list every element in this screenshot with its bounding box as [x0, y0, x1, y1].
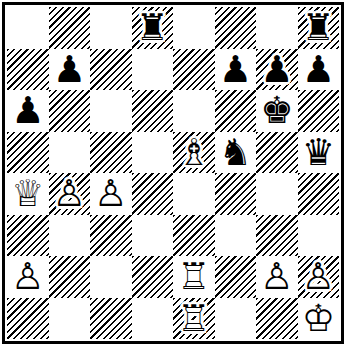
square-g5[interactable]: [256, 132, 298, 174]
square-b4[interactable]: ♙: [49, 173, 91, 215]
square-h4[interactable]: [298, 173, 340, 215]
square-e5[interactable]: ♗: [173, 132, 215, 174]
square-f1[interactable]: [215, 298, 257, 340]
chess-diagram-page: ♜♜♟♟♟♟♟♚♗♞♛♕♙♙♙♖♙♙♖♔: [0, 0, 350, 349]
piece-white-king: ♔: [302, 298, 335, 340]
piece-black-pawn: ♟: [260, 49, 293, 91]
board-frame: ♜♜♟♟♟♟♟♚♗♞♛♕♙♙♙♖♙♙♖♔: [2, 2, 344, 344]
square-d5[interactable]: [132, 132, 174, 174]
square-c6[interactable]: [90, 90, 132, 132]
piece-white-bishop: ♗: [177, 132, 210, 174]
square-f2[interactable]: [215, 256, 257, 298]
piece-white-pawn: ♙: [94, 173, 127, 215]
square-e8[interactable]: [173, 7, 215, 49]
piece-white-pawn: ♙: [11, 256, 44, 298]
piece-black-pawn: ♟: [219, 49, 252, 91]
square-h5[interactable]: ♛: [298, 132, 340, 174]
piece-white-pawn: ♙: [53, 173, 86, 215]
square-a5[interactable]: [7, 132, 49, 174]
square-c7[interactable]: [90, 49, 132, 91]
square-c1[interactable]: [90, 298, 132, 340]
square-d4[interactable]: [132, 173, 174, 215]
square-h2[interactable]: ♙: [298, 256, 340, 298]
piece-black-pawn: ♟: [53, 49, 86, 91]
piece-black-rook: ♜: [136, 7, 169, 49]
square-b3[interactable]: [49, 215, 91, 257]
square-a6[interactable]: ♟: [7, 90, 49, 132]
square-f6[interactable]: [215, 90, 257, 132]
piece-black-pawn: ♟: [11, 90, 44, 132]
chess-board: ♜♜♟♟♟♟♟♚♗♞♛♕♙♙♙♖♙♙♖♔: [7, 7, 339, 339]
square-e3[interactable]: [173, 215, 215, 257]
square-e1[interactable]: ♖: [173, 298, 215, 340]
square-b2[interactable]: [49, 256, 91, 298]
square-g6[interactable]: ♚: [256, 90, 298, 132]
square-c2[interactable]: [90, 256, 132, 298]
square-d3[interactable]: [132, 215, 174, 257]
square-a3[interactable]: [7, 215, 49, 257]
square-c4[interactable]: ♙: [90, 173, 132, 215]
square-g1[interactable]: [256, 298, 298, 340]
square-b5[interactable]: [49, 132, 91, 174]
square-h3[interactable]: [298, 215, 340, 257]
piece-white-pawn: ♙: [302, 256, 335, 298]
square-g2[interactable]: ♙: [256, 256, 298, 298]
square-h1[interactable]: ♔: [298, 298, 340, 340]
square-b8[interactable]: [49, 7, 91, 49]
piece-white-rook: ♖: [177, 298, 210, 340]
piece-white-pawn: ♙: [260, 256, 293, 298]
square-b1[interactable]: [49, 298, 91, 340]
square-f8[interactable]: [215, 7, 257, 49]
square-f5[interactable]: ♞: [215, 132, 257, 174]
piece-black-pawn: ♟: [302, 49, 335, 91]
square-g3[interactable]: [256, 215, 298, 257]
square-e4[interactable]: [173, 173, 215, 215]
square-h6[interactable]: [298, 90, 340, 132]
square-f3[interactable]: [215, 215, 257, 257]
piece-black-knight: ♞: [219, 132, 252, 174]
square-b7[interactable]: ♟: [49, 49, 91, 91]
square-c8[interactable]: [90, 7, 132, 49]
square-d7[interactable]: [132, 49, 174, 91]
piece-black-king: ♚: [260, 90, 293, 132]
square-g4[interactable]: [256, 173, 298, 215]
square-c3[interactable]: [90, 215, 132, 257]
piece-black-queen: ♛: [302, 132, 335, 174]
square-a4[interactable]: ♕: [7, 173, 49, 215]
piece-white-queen: ♕: [11, 173, 44, 215]
square-g8[interactable]: [256, 7, 298, 49]
square-d8[interactable]: ♜: [132, 7, 174, 49]
square-h8[interactable]: ♜: [298, 7, 340, 49]
square-g7[interactable]: ♟: [256, 49, 298, 91]
square-e2[interactable]: ♖: [173, 256, 215, 298]
square-b6[interactable]: [49, 90, 91, 132]
piece-white-rook: ♖: [177, 256, 210, 298]
square-d1[interactable]: [132, 298, 174, 340]
square-d2[interactable]: [132, 256, 174, 298]
square-e6[interactable]: [173, 90, 215, 132]
square-a1[interactable]: [7, 298, 49, 340]
piece-black-rook: ♜: [302, 7, 335, 49]
square-e7[interactable]: [173, 49, 215, 91]
square-h7[interactable]: ♟: [298, 49, 340, 91]
square-a2[interactable]: ♙: [7, 256, 49, 298]
square-c5[interactable]: [90, 132, 132, 174]
square-a8[interactable]: [7, 7, 49, 49]
square-f4[interactable]: [215, 173, 257, 215]
square-a7[interactable]: [7, 49, 49, 91]
square-f7[interactable]: ♟: [215, 49, 257, 91]
square-d6[interactable]: [132, 90, 174, 132]
